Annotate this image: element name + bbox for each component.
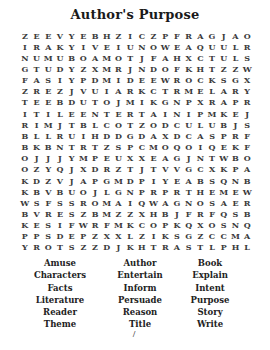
grid-cell-r9c8[interactable]: C (101, 119, 113, 130)
grid-cell-r1c7[interactable]: B (89, 30, 101, 41)
grid-cell-r7c2[interactable]: E (31, 97, 43, 108)
grid-cell-r8c11[interactable]: T (136, 108, 148, 119)
grid-cell-r3c11[interactable]: J (136, 52, 148, 63)
grid-cell-r2c14[interactable]: E (171, 41, 183, 52)
grid-cell-r4c8[interactable]: M (101, 63, 113, 74)
grid-cell-r18c14[interactable]: K (171, 220, 183, 231)
grid-cell-r3c4[interactable]: U (54, 52, 66, 63)
grid-cell-r5c8[interactable]: M (101, 75, 113, 86)
grid-cell-r6c19[interactable]: R (230, 86, 242, 97)
grid-cell-r17c15[interactable]: F (183, 208, 195, 219)
grid-cell-r11c15[interactable]: O (183, 141, 195, 152)
grid-cell-r15c4[interactable]: B (54, 186, 66, 197)
grid-cell-r20c7[interactable]: Z (89, 242, 101, 253)
grid-cell-r19c6[interactable]: P (77, 231, 89, 242)
grid-cell-r15c1[interactable]: K (19, 186, 31, 197)
grid-cell-r12c8[interactable]: E (101, 153, 113, 164)
grid-cell-r14c16[interactable]: B (194, 175, 206, 186)
grid-cell-r15c3[interactable]: V (42, 186, 54, 197)
grid-cell-r1c17[interactable]: G (206, 30, 218, 41)
grid-cell-r8c14[interactable]: N (171, 108, 183, 119)
grid-cell-r13c18[interactable]: K (218, 164, 230, 175)
grid-cell-r4c14[interactable]: F (171, 63, 183, 74)
grid-cell-r7c6[interactable]: U (77, 97, 89, 108)
grid-cell-r3c6[interactable]: O (77, 52, 89, 63)
grid-cell-r16c5[interactable]: S (66, 197, 78, 208)
grid-cell-r1c3[interactable]: E (42, 30, 54, 41)
grid-cell-r5c10[interactable]: D (124, 75, 136, 86)
grid-cell-r2c5[interactable]: Y (66, 41, 78, 52)
grid-cell-r13c16[interactable]: C (194, 164, 206, 175)
grid-cell-r10c5[interactable]: U (66, 130, 78, 141)
grid-cell-r9c6[interactable]: B (77, 119, 89, 130)
grid-cell-r13c5[interactable]: J (66, 164, 78, 175)
grid-cell-r6c8[interactable]: I (101, 86, 113, 97)
grid-cell-r4c13[interactable]: O (159, 63, 171, 74)
grid-cell-r2c10[interactable]: U (124, 41, 136, 52)
grid-cell-r12c17[interactable]: T (206, 153, 218, 164)
grid-cell-r9c2[interactable]: I (31, 119, 43, 130)
grid-cell-r11c11[interactable]: C (136, 141, 148, 152)
grid-cell-r4c18[interactable]: Z (218, 63, 230, 74)
grid-cell-r5c18[interactable]: S (218, 75, 230, 86)
grid-cell-r1c18[interactable]: J (218, 30, 230, 41)
grid-cell-r15c13[interactable]: P (159, 186, 171, 197)
grid-cell-r7c1[interactable]: T (19, 97, 31, 108)
grid-cell-r13c15[interactable]: G (183, 164, 195, 175)
grid-cell-r11c20[interactable]: F (241, 141, 253, 152)
grid-cell-r12c9[interactable]: U (113, 153, 125, 164)
grid-cell-r6c7[interactable]: U (89, 86, 101, 97)
grid-cell-r13c11[interactable]: J (136, 164, 148, 175)
grid-cell-r12c10[interactable]: X (124, 153, 136, 164)
grid-cell-r5c2[interactable]: A (31, 75, 43, 86)
grid-cell-r20c18[interactable]: P (218, 242, 230, 253)
grid-cell-r10c16[interactable]: A (194, 130, 206, 141)
grid-cell-r16c6[interactable]: R (77, 197, 89, 208)
grid-cell-r10c9[interactable]: D (113, 130, 125, 141)
grid-cell-r15c2[interactable]: B (31, 186, 43, 197)
grid-cell-r9c3[interactable]: M (42, 119, 54, 130)
grid-cell-r18c9[interactable]: M (113, 220, 125, 231)
grid-cell-r15c9[interactable]: G (113, 186, 125, 197)
grid-cell-r17c1[interactable]: B (19, 208, 31, 219)
grid-cell-r16c9[interactable]: A (113, 197, 125, 208)
grid-cell-r20c16[interactable]: T (194, 242, 206, 253)
grid-cell-r14c11[interactable]: P (136, 175, 148, 186)
grid-cell-r13c13[interactable]: V (159, 164, 171, 175)
grid-cell-r2c12[interactable]: O (148, 41, 160, 52)
grid-cell-r16c20[interactable]: R (241, 197, 253, 208)
grid-cell-r1c1[interactable]: Z (19, 30, 31, 41)
grid-cell-r17c16[interactable]: R (194, 208, 206, 219)
grid-cell-r11c7[interactable]: T (89, 141, 101, 152)
grid-cell-r11c12[interactable]: M (148, 141, 160, 152)
grid-cell-r12c2[interactable]: J (31, 153, 43, 164)
grid-cell-r11c19[interactable]: K (230, 141, 242, 152)
grid-cell-r12c3[interactable]: J (42, 153, 54, 164)
grid-cell-r16c7[interactable]: O (89, 197, 101, 208)
grid-cell-r7c20[interactable]: R (241, 97, 253, 108)
grid-cell-r20c11[interactable]: H (136, 242, 148, 253)
grid-cell-r18c2[interactable]: E (31, 220, 43, 231)
grid-cell-r8c6[interactable]: E (77, 108, 89, 119)
grid-cell-r14c15[interactable]: A (183, 175, 195, 186)
grid-cell-r18c5[interactable]: F (66, 220, 78, 231)
grid-cell-r9c17[interactable]: U (206, 119, 218, 130)
grid-cell-r20c3[interactable]: O (42, 242, 54, 253)
grid-cell-r4c2[interactable]: T (31, 63, 43, 74)
grid-cell-r10c13[interactable]: X (159, 130, 171, 141)
grid-cell-r3c18[interactable]: U (218, 52, 230, 63)
grid-cell-r16c17[interactable]: S (206, 197, 218, 208)
grid-cell-r13c3[interactable]: Y (42, 164, 54, 175)
grid-cell-r16c19[interactable]: E (230, 197, 242, 208)
grid-cell-r8c3[interactable]: I (42, 108, 54, 119)
grid-cell-r5c16[interactable]: C (194, 75, 206, 86)
grid-cell-r12c11[interactable]: X (136, 153, 148, 164)
grid-cell-r6c15[interactable]: M (183, 86, 195, 97)
grid-cell-r13c12[interactable]: T (148, 164, 160, 175)
grid-cell-r18c12[interactable]: O (148, 220, 160, 231)
grid-cell-r10c1[interactable]: B (19, 130, 31, 141)
grid-cell-r15c17[interactable]: E (206, 186, 218, 197)
grid-cell-r3c10[interactable]: T (124, 52, 136, 63)
grid-cell-r5c6[interactable]: P (77, 75, 89, 86)
grid-cell-r1c11[interactable]: C (136, 30, 148, 41)
grid-cell-r9c9[interactable]: O (113, 119, 125, 130)
grid-cell-r8c16[interactable]: P (194, 108, 206, 119)
grid-cell-r18c15[interactable]: Q (183, 220, 195, 231)
grid-cell-r18c17[interactable]: O (206, 220, 218, 231)
grid-cell-r2c6[interactable]: I (77, 41, 89, 52)
grid-cell-r17c3[interactable]: R (42, 208, 54, 219)
grid-cell-r8c19[interactable]: E (230, 108, 242, 119)
grid-cell-r19c13[interactable]: K (159, 231, 171, 242)
grid-cell-r12c16[interactable]: N (194, 153, 206, 164)
grid-cell-r13c1[interactable]: O (19, 164, 31, 175)
grid-cell-r19c4[interactable]: D (54, 231, 66, 242)
grid-cell-r4c9[interactable]: R (113, 63, 125, 74)
grid-cell-r17c18[interactable]: Q (218, 208, 230, 219)
grid-cell-r7c10[interactable]: M (124, 97, 136, 108)
grid-cell-r7c5[interactable]: D (66, 97, 78, 108)
grid-cell-r19c12[interactable]: I (148, 231, 160, 242)
grid-cell-r9c4[interactable]: J (54, 119, 66, 130)
grid-cell-r19c5[interactable]: E (66, 231, 78, 242)
grid-cell-r4c17[interactable]: T (206, 63, 218, 74)
grid-cell-r9c15[interactable]: U (183, 119, 195, 130)
grid-cell-r17c13[interactable]: B (159, 208, 171, 219)
grid-cell-r13c9[interactable]: Z (113, 164, 125, 175)
grid-cell-r17c10[interactable]: Z (124, 208, 136, 219)
grid-cell-r14c13[interactable]: Y (159, 175, 171, 186)
grid-cell-r8c1[interactable]: I (19, 108, 31, 119)
grid-cell-r3c5[interactable]: B (66, 52, 78, 63)
grid-cell-r12c18[interactable]: W (218, 153, 230, 164)
grid-cell-r2c15[interactable]: A (183, 41, 195, 52)
grid-cell-r1c15[interactable]: R (183, 30, 195, 41)
grid-cell-r16c1[interactable]: W (19, 197, 31, 208)
grid-cell-r1c9[interactable]: Z (113, 30, 125, 41)
grid-cell-r17c8[interactable]: M (101, 208, 113, 219)
grid-cell-r19c11[interactable]: Z (136, 231, 148, 242)
grid-cell-r17c2[interactable]: V (31, 208, 43, 219)
grid-cell-r11c6[interactable]: R (77, 141, 89, 152)
grid-cell-r20c5[interactable]: S (66, 242, 78, 253)
grid-cell-r10c15[interactable]: C (183, 130, 195, 141)
grid-cell-r15c20[interactable]: W (241, 186, 253, 197)
grid-cell-r2c17[interactable]: U (206, 41, 218, 52)
grid-cell-r20c14[interactable]: A (171, 242, 183, 253)
grid-cell-r13c6[interactable]: X (77, 164, 89, 175)
grid-cell-r1c13[interactable]: P (159, 30, 171, 41)
grid-cell-r11c8[interactable]: Z (101, 141, 113, 152)
grid-cell-r7c18[interactable]: A (218, 97, 230, 108)
grid-cell-r19c19[interactable]: M (230, 231, 242, 242)
grid-cell-r18c3[interactable]: S (42, 220, 54, 231)
grid-cell-r18c7[interactable]: R (89, 220, 101, 231)
grid-cell-r11c18[interactable]: E (218, 141, 230, 152)
grid-cell-r11c17[interactable]: Q (206, 141, 218, 152)
grid-cell-r4c19[interactable]: Z (230, 63, 242, 74)
grid-cell-r9c1[interactable]: R (19, 119, 31, 130)
grid-cell-r8c7[interactable]: N (89, 108, 101, 119)
grid-cell-r15c7[interactable]: J (89, 186, 101, 197)
grid-cell-r9c16[interactable]: L (194, 119, 206, 130)
grid-cell-r4c10[interactable]: J (124, 63, 136, 74)
grid-cell-r7c7[interactable]: T (89, 97, 101, 108)
grid-cell-r16c14[interactable]: G (171, 197, 183, 208)
grid-cell-r8c5[interactable]: E (66, 108, 78, 119)
grid-cell-r7c15[interactable]: P (183, 97, 195, 108)
grid-cell-r15c19[interactable]: E (230, 186, 242, 197)
grid-cell-r3c16[interactable]: C (194, 52, 206, 63)
grid-cell-r6c4[interactable]: Z (54, 86, 66, 97)
grid-cell-r19c14[interactable]: S (171, 231, 183, 242)
grid-cell-r2c13[interactable]: W (159, 41, 171, 52)
grid-cell-r8c4[interactable]: L (54, 108, 66, 119)
grid-cell-r12c5[interactable]: Y (66, 153, 78, 164)
grid-cell-r13c10[interactable]: T (124, 164, 136, 175)
grid-cell-r18c1[interactable]: K (19, 220, 31, 231)
grid-cell-r20c12[interactable]: T (148, 242, 160, 253)
grid-cell-r16c13[interactable]: A (159, 197, 171, 208)
grid-cell-r13c4[interactable]: Q (54, 164, 66, 175)
grid-cell-r5c4[interactable]: I (54, 75, 66, 86)
grid-cell-r3c2[interactable]: U (31, 52, 43, 63)
grid-cell-r4c1[interactable]: G (19, 63, 31, 74)
grid-cell-r19c1[interactable]: P (19, 231, 31, 242)
grid-cell-r16c8[interactable]: M (101, 197, 113, 208)
grid-cell-r14c3[interactable]: Z (42, 175, 54, 186)
grid-cell-r17c5[interactable]: S (66, 208, 78, 219)
grid-cell-r7c13[interactable]: G (159, 97, 171, 108)
grid-cell-r10c8[interactable]: D (101, 130, 113, 141)
grid-cell-r14c19[interactable]: N (230, 175, 242, 186)
grid-cell-r14c4[interactable]: V (54, 175, 66, 186)
grid-cell-r16c10[interactable]: I (124, 197, 136, 208)
grid-cell-r13c17[interactable]: X (206, 164, 218, 175)
grid-cell-r5c17[interactable]: K (206, 75, 218, 86)
grid-cell-r7c4[interactable]: B (54, 97, 66, 108)
grid-cell-r6c17[interactable]: L (206, 86, 218, 97)
grid-cell-r19c18[interactable]: C (218, 231, 230, 242)
grid-cell-r15c15[interactable]: T (183, 186, 195, 197)
grid-cell-r3c3[interactable]: M (42, 52, 54, 63)
grid-cell-r17c12[interactable]: H (148, 208, 160, 219)
grid-cell-r4c4[interactable]: D (54, 63, 66, 74)
grid-cell-r4c12[interactable]: D (148, 63, 160, 74)
grid-cell-r14c10[interactable]: D (124, 175, 136, 186)
grid-cell-r11c3[interactable]: B (42, 141, 54, 152)
grid-cell-r9c13[interactable]: D (159, 119, 171, 130)
grid-cell-r8c18[interactable]: K (218, 108, 230, 119)
grid-cell-r6c16[interactable]: E (194, 86, 206, 97)
grid-cell-r6c1[interactable]: Z (19, 86, 31, 97)
grid-cell-r20c20[interactable]: L (241, 242, 253, 253)
grid-cell-r20c15[interactable]: S (183, 242, 195, 253)
grid-cell-r1c12[interactable]: Z (148, 30, 160, 41)
grid-cell-r2c9[interactable]: I (113, 41, 125, 52)
grid-cell-r20c4[interactable]: T (54, 242, 66, 253)
grid-cell-r19c10[interactable]: L (124, 231, 136, 242)
grid-cell-r3c1[interactable]: N (19, 52, 31, 63)
grid-cell-r7c8[interactable]: O (101, 97, 113, 108)
grid-cell-r12c12[interactable]: E (148, 153, 160, 164)
grid-cell-r3c12[interactable]: F (148, 52, 160, 63)
grid-cell-r5c11[interactable]: E (136, 75, 148, 86)
grid-cell-r14c9[interactable]: M (113, 175, 125, 186)
grid-cell-r10c19[interactable]: R (230, 130, 242, 141)
grid-cell-r14c2[interactable]: D (31, 175, 43, 186)
grid-cell-r7c19[interactable]: P (230, 97, 242, 108)
grid-cell-r5c20[interactable]: X (241, 75, 253, 86)
grid-cell-r10c10[interactable]: G (124, 130, 136, 141)
grid-cell-r15c8[interactable]: L (101, 186, 113, 197)
grid-cell-r9c18[interactable]: B (218, 119, 230, 130)
grid-cell-r15c16[interactable]: H (194, 186, 206, 197)
grid-cell-r10c11[interactable]: D (136, 130, 148, 141)
grid-cell-r19c15[interactable]: G (183, 231, 195, 242)
grid-cell-r2c1[interactable]: I (19, 41, 31, 52)
grid-cell-r15c10[interactable]: N (124, 186, 136, 197)
grid-cell-r14c14[interactable]: E (171, 175, 183, 186)
grid-cell-r3c19[interactable]: L (230, 52, 242, 63)
grid-cell-r1c16[interactable]: A (194, 30, 206, 41)
grid-cell-r8c13[interactable]: I (159, 108, 171, 119)
grid-cell-r9c20[interactable]: S (241, 119, 253, 130)
grid-cell-r9c19[interactable]: J (230, 119, 242, 130)
grid-cell-r4c11[interactable]: N (136, 63, 148, 74)
grid-cell-r5c7[interactable]: D (89, 75, 101, 86)
grid-cell-r2c19[interactable]: L (230, 41, 242, 52)
grid-cell-r17c7[interactable]: B (89, 208, 101, 219)
grid-cell-r20c19[interactable]: H (230, 242, 242, 253)
grid-cell-r17c9[interactable]: Z (113, 208, 125, 219)
grid-cell-r11c9[interactable]: S (113, 141, 125, 152)
grid-cell-r16c18[interactable]: A (218, 197, 230, 208)
grid-cell-r3c20[interactable]: S (241, 52, 253, 63)
grid-cell-r19c2[interactable]: P (31, 231, 43, 242)
grid-cell-r14c12[interactable]: I (148, 175, 160, 186)
grid-cell-r8c8[interactable]: T (101, 108, 113, 119)
grid-cell-r18c16[interactable]: X (194, 220, 206, 231)
grid-cell-r18c6[interactable]: W (77, 220, 89, 231)
grid-cell-r13c2[interactable]: Z (31, 164, 43, 175)
grid-cell-r7c11[interactable]: I (136, 97, 148, 108)
grid-cell-r18c13[interactable]: P (159, 220, 171, 231)
grid-cell-r18c8[interactable]: F (101, 220, 113, 231)
grid-cell-r3c13[interactable]: A (159, 52, 171, 63)
grid-cell-r11c4[interactable]: N (54, 141, 66, 152)
grid-cell-r17c4[interactable]: E (54, 208, 66, 219)
grid-cell-r19c16[interactable]: Z (194, 231, 206, 242)
grid-cell-r11c5[interactable]: T (66, 141, 78, 152)
grid-cell-r6c14[interactable]: R (171, 86, 183, 97)
grid-cell-r1c20[interactable]: O (241, 30, 253, 41)
grid-cell-r16c4[interactable]: S (54, 197, 66, 208)
grid-cell-r20c17[interactable]: L (206, 242, 218, 253)
grid-cell-r4c5[interactable]: Y (66, 63, 78, 74)
grid-cell-r10c17[interactable]: S (206, 130, 218, 141)
grid-cell-r6c5[interactable]: J (66, 86, 78, 97)
grid-cell-r14c20[interactable]: B (241, 175, 253, 186)
grid-cell-r6c6[interactable]: V (77, 86, 89, 97)
grid-cell-r8c17[interactable]: M (206, 108, 218, 119)
grid-cell-r16c15[interactable]: N (183, 197, 195, 208)
grid-cell-r10c14[interactable]: D (171, 130, 183, 141)
grid-cell-r12c20[interactable]: O (241, 153, 253, 164)
grid-cell-r4c3[interactable]: U (42, 63, 54, 74)
grid-cell-r7c16[interactable]: X (194, 97, 206, 108)
grid-cell-r11c10[interactable]: P (124, 141, 136, 152)
grid-cell-r10c20[interactable]: F (241, 130, 253, 141)
grid-cell-r11c13[interactable]: O (159, 141, 171, 152)
grid-cell-r17c14[interactable]: J (171, 208, 183, 219)
grid-cell-r6c18[interactable]: A (218, 86, 230, 97)
grid-cell-r9c7[interactable]: L (89, 119, 101, 130)
grid-cell-r11c16[interactable]: I (194, 141, 206, 152)
grid-cell-r13c14[interactable]: V (171, 164, 183, 175)
grid-cell-r2c4[interactable]: K (54, 41, 66, 52)
grid-cell-r5c14[interactable]: R (171, 75, 183, 86)
grid-cell-r2c2[interactable]: R (31, 41, 43, 52)
grid-cell-r13c7[interactable]: D (89, 164, 101, 175)
grid-cell-r11c14[interactable]: Q (171, 141, 183, 152)
grid-cell-r5c1[interactable]: F (19, 75, 31, 86)
grid-cell-r8c2[interactable]: T (31, 108, 43, 119)
grid-cell-r15c5[interactable]: U (66, 186, 78, 197)
grid-cell-r18c11[interactable]: C (136, 220, 148, 231)
grid-cell-r19c17[interactable]: C (206, 231, 218, 242)
grid-cell-r8c15[interactable]: I (183, 108, 195, 119)
grid-cell-r17c6[interactable]: Z (77, 208, 89, 219)
grid-cell-r16c12[interactable]: W (148, 197, 160, 208)
grid-cell-r12c7[interactable]: P (89, 153, 101, 164)
grid-cell-r1c6[interactable]: E (77, 30, 89, 41)
grid-cell-r12c6[interactable]: M (77, 153, 89, 164)
grid-cell-r18c10[interactable]: K (124, 220, 136, 231)
grid-cell-r1c19[interactable]: A (230, 30, 242, 41)
grid-cell-r6c11[interactable]: K (136, 86, 148, 97)
grid-cell-r11c1[interactable]: B (19, 141, 31, 152)
grid-cell-r1c14[interactable]: F (171, 30, 183, 41)
grid-cell-r20c10[interactable]: K (124, 242, 136, 253)
grid-cell-r6c20[interactable]: Y (241, 86, 253, 97)
grid-cell-r3c8[interactable]: M (101, 52, 113, 63)
grid-cell-r4c7[interactable]: X (89, 63, 101, 74)
